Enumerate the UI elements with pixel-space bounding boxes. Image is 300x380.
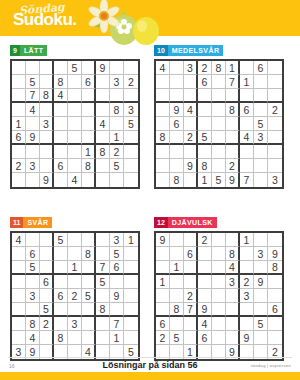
puzzle-10-cell-r1c8: 6 <box>254 61 268 75</box>
puzzle-9-cell-r9c1 <box>12 173 26 187</box>
footer-divider <box>8 357 292 358</box>
puzzle-difficulty: DJÄVULSK <box>168 217 217 228</box>
puzzle-12-cell-r2c3: 6 <box>184 247 198 261</box>
puzzle-12-cell-r6c8 <box>254 303 268 317</box>
puzzle-9-cell-r1c2 <box>26 61 40 75</box>
puzzle-11-cell-r6c4 <box>54 303 68 317</box>
puzzle-12-cell-r6c6 <box>226 303 240 317</box>
puzzle-slot-1: 9 LÄTT 595863278448313456911822368594 <box>10 39 146 189</box>
puzzle-11-cell-r4c6 <box>82 275 96 289</box>
puzzle-11-cell-r7c1 <box>12 317 26 331</box>
puzzle-11-cell-r7c6 <box>82 317 96 331</box>
puzzle-10-cell-r8c1 <box>156 159 170 173</box>
puzzle-9-cell-r2c8: 3 <box>110 75 124 89</box>
puzzle-9-cell-r4c2: 4 <box>26 103 40 117</box>
puzzle-10-cell-r2c4: 6 <box>198 75 212 89</box>
puzzle-12-cell-r7c6 <box>226 317 240 331</box>
puzzle-10-cell-r7c4 <box>198 145 212 159</box>
puzzle-12-cell-r8c5 <box>212 331 226 345</box>
puzzle-12-cell-r3c5 <box>212 261 226 275</box>
puzzle-10-cell-r8c6: 2 <box>226 159 240 173</box>
puzzle-9-cell-r4c4 <box>54 103 68 117</box>
puzzle-9: 9 LÄTT 595863278448313456911822368594 <box>10 39 146 189</box>
puzzle-11-cell-r1c2 <box>26 233 40 247</box>
puzzle-12-cell-r2c5 <box>212 247 226 261</box>
puzzle-10: 10 MEDELSVÅR 432816671948626582543982815… <box>154 39 290 189</box>
puzzle-12-cell-r2c8: 3 <box>254 247 268 261</box>
puzzle-slot-2: 10 MEDELSVÅR 432816671948626582543982815… <box>154 39 290 189</box>
puzzle-9-cell-r1c1 <box>12 61 26 75</box>
puzzle-10-cell-r2c2 <box>170 75 184 89</box>
puzzle-10-cell-r3c5 <box>212 89 226 103</box>
puzzle-9-cell-r3c5 <box>68 89 82 103</box>
puzzle-11-cell-r1c9: 1 <box>124 233 138 247</box>
puzzle-11-cell-r4c9 <box>124 275 138 289</box>
difficulty-label: 9 LÄTT <box>10 45 47 56</box>
puzzle-11-cell-r6c6 <box>82 303 96 317</box>
puzzle-12-cell-r3c1 <box>156 261 170 275</box>
puzzle-9-cell-r6c9 <box>124 131 138 145</box>
puzzle-11-cell-r4c7: 5 <box>96 275 110 289</box>
puzzle-9-cell-r5c2 <box>26 117 40 131</box>
puzzle-11-cell-r4c2 <box>26 275 40 289</box>
puzzle-9-cell-r4c6 <box>82 103 96 117</box>
puzzle-12-cell-r6c1 <box>156 303 170 317</box>
difficulty-label: 12 DJÄVULSK <box>154 217 217 228</box>
puzzle-12-cell-r3c7 <box>240 261 254 275</box>
puzzle-11-cell-r6c3: 5 <box>40 303 54 317</box>
puzzle-12-cell-r7c1: 6 <box>156 317 170 331</box>
puzzle-11-cell-r7c2: 8 <box>26 317 40 331</box>
puzzle-9-cell-r9c9 <box>124 173 138 187</box>
puzzle-9-cell-r6c5 <box>68 131 82 145</box>
puzzle-9-cell-r6c7 <box>96 131 110 145</box>
puzzle-9-cell-r1c5: 5 <box>68 61 82 75</box>
puzzle-12-cell-r3c9: 8 <box>268 261 282 275</box>
puzzle-9-cell-r6c3 <box>40 131 54 145</box>
puzzle-11-cell-r6c5 <box>68 303 82 317</box>
puzzle-9-cell-r2c1 <box>12 75 26 89</box>
puzzle-11-cell-r8c8: 1 <box>110 331 124 345</box>
puzzle-9-cell-r3c1 <box>12 89 26 103</box>
puzzle-10-cell-r6c1: 8 <box>156 131 170 145</box>
puzzle-12-cell-r6c4: 9 <box>198 303 212 317</box>
puzzle-9-cell-r7c8: 2 <box>110 145 124 159</box>
puzzle-10-cell-r5c6 <box>226 117 240 131</box>
puzzle-9-cell-r1c3 <box>40 61 54 75</box>
puzzle-12-cell-r5c2 <box>170 289 184 303</box>
puzzle-9-cell-r6c1: 6 <box>12 131 26 145</box>
bottom-color-bar <box>0 372 300 380</box>
puzzle-10-cell-r1c4: 2 <box>198 61 212 75</box>
puzzle-12-cell-r5c4 <box>198 289 212 303</box>
puzzle-10-cell-r2c3 <box>184 75 198 89</box>
puzzle-10-cell-r1c6: 1 <box>226 61 240 75</box>
puzzle-9-cell-r4c5 <box>68 103 82 117</box>
puzzle-10-cell-r3c2 <box>170 89 184 103</box>
edition-text: söndag | expressen <box>251 363 291 368</box>
puzzle-11-cell-r3c2: 5 <box>26 261 40 275</box>
puzzle-12-cell-r8c7: 9 <box>240 331 254 345</box>
puzzle-11-cell-r5c4: 6 <box>54 289 68 303</box>
puzzle-9-cell-r5c7: 4 <box>96 117 110 131</box>
puzzle-12-cell-r6c9: 6 <box>268 303 282 317</box>
sudoku-board-10: 432816671948626582543982815973 <box>154 59 284 189</box>
puzzle-9-cell-r9c6 <box>82 173 96 187</box>
puzzle-12-cell-r2c1 <box>156 247 170 261</box>
puzzle-9-cell-r3c4: 4 <box>54 89 68 103</box>
puzzle-11-cell-r8c4: 8 <box>54 331 68 345</box>
easter-eggs-svg <box>88 0 166 46</box>
puzzle-12-cell-r7c2 <box>170 317 184 331</box>
puzzle-9-cell-r8c5 <box>68 159 82 173</box>
puzzle-11: 11 SVÅR 4531685517665362595882374813945 <box>10 211 146 361</box>
puzzle-10-cell-r5c7 <box>240 117 254 131</box>
puzzle-10-cell-r4c5 <box>212 103 226 117</box>
puzzle-12-cell-r1c4: 2 <box>198 233 212 247</box>
puzzle-10-cell-r7c3 <box>184 145 198 159</box>
puzzle-9-cell-r5c4 <box>54 117 68 131</box>
page-number: 16 <box>9 363 15 369</box>
puzzle-12-cell-r6c5 <box>212 303 226 317</box>
puzzle-10-cell-r7c5 <box>212 145 226 159</box>
puzzle-10-cell-r6c3: 2 <box>184 131 198 145</box>
puzzle-difficulty: LÄTT <box>20 45 47 56</box>
puzzle-10-cell-r5c9 <box>268 117 282 131</box>
puzzle-10-cell-r1c3: 3 <box>184 61 198 75</box>
puzzle-11-cell-r5c1 <box>12 289 26 303</box>
puzzle-9-cell-r6c6 <box>82 131 96 145</box>
puzzle-11-cell-r1c4: 5 <box>54 233 68 247</box>
puzzle-9-cell-r1c9 <box>124 61 138 75</box>
puzzle-10-cell-r9c1 <box>156 173 170 187</box>
puzzle-10-cell-r2c6: 7 <box>226 75 240 89</box>
sudoku-board-11: 4531685517665362595882374813945 <box>10 231 140 361</box>
puzzle-12-cell-r1c2 <box>170 233 184 247</box>
puzzle-11-cell-r2c8: 5 <box>110 247 124 261</box>
puzzle-11-cell-r2c2: 6 <box>26 247 40 261</box>
puzzle-11-cell-r2c9 <box>124 247 138 261</box>
puzzle-12-cell-r1c8 <box>254 233 268 247</box>
puzzle-11-cell-r5c9 <box>124 289 138 303</box>
puzzle-9-cell-r8c7 <box>96 159 110 173</box>
puzzle-11-cell-r8c7 <box>96 331 110 345</box>
puzzle-12-cell-r4c9 <box>268 275 282 289</box>
puzzle-12-cell-r5c7: 3 <box>240 289 254 303</box>
puzzle-9-cell-r4c9: 3 <box>124 103 138 117</box>
puzzle-10-cell-r3c8 <box>254 89 268 103</box>
puzzle-12-cell-r3c8 <box>254 261 268 275</box>
puzzle-10-cell-r7c6 <box>226 145 240 159</box>
puzzle-10-cell-r2c9 <box>268 75 282 89</box>
puzzle-12-cell-r8c2: 5 <box>170 331 184 345</box>
puzzle-12-cell-r2c7 <box>240 247 254 261</box>
puzzle-9-cell-r9c4 <box>54 173 68 187</box>
puzzle-9-cell-r8c2: 3 <box>26 159 40 173</box>
puzzle-10-cell-r2c1 <box>156 75 170 89</box>
puzzle-9-cell-r4c1 <box>12 103 26 117</box>
puzzle-10-cell-r6c6 <box>226 131 240 145</box>
puzzle-12-cell-r4c6: 3 <box>226 275 240 289</box>
puzzle-9-cell-r9c7 <box>96 173 110 187</box>
puzzle-9-cell-r6c2: 9 <box>26 131 40 145</box>
puzzle-11-cell-r5c6: 5 <box>82 289 96 303</box>
puzzle-10-cell-r3c1 <box>156 89 170 103</box>
puzzle-11-cell-r1c6 <box>82 233 96 247</box>
puzzle-11-cell-r2c1 <box>12 247 26 261</box>
puzzle-11-cell-r5c2: 3 <box>26 289 40 303</box>
puzzle-9-cell-r4c3 <box>40 103 54 117</box>
puzzle-11-cell-r3c3 <box>40 261 54 275</box>
puzzle-9-cell-r9c8 <box>110 173 124 187</box>
puzzle-11-cell-r3c8: 6 <box>110 261 124 275</box>
puzzle-9-cell-r2c9: 2 <box>124 75 138 89</box>
puzzle-10-cell-r1c5: 8 <box>212 61 226 75</box>
sudoku-page: Söndag Sudoku. <box>0 0 300 380</box>
puzzle-9-cell-r3c3: 8 <box>40 89 54 103</box>
puzzle-12-cell-r2c4 <box>198 247 212 261</box>
puzzle-10-cell-r9c3 <box>184 173 198 187</box>
puzzle-11-cell-r4c4 <box>54 275 68 289</box>
puzzle-10-cell-r8c4: 8 <box>198 159 212 173</box>
puzzle-10-cell-r6c9 <box>268 131 282 145</box>
puzzle-9-cell-r6c8: 1 <box>110 131 124 145</box>
puzzle-11-cell-r4c1 <box>12 275 26 289</box>
puzzle-9-cell-r7c1 <box>12 145 26 159</box>
puzzle-11-cell-r4c3: 6 <box>40 275 54 289</box>
puzzle-10-cell-r5c4 <box>198 117 212 131</box>
puzzle-9-cell-r1c6 <box>82 61 96 75</box>
puzzle-10-cell-r9c5: 5 <box>212 173 226 187</box>
puzzle-12-cell-r3c4 <box>198 261 212 275</box>
puzzle-10-cell-r7c8 <box>254 145 268 159</box>
puzzle-11-cell-r3c9 <box>124 261 138 275</box>
puzzle-10-cell-r5c3 <box>184 117 198 131</box>
puzzle-11-cell-r3c6 <box>82 261 96 275</box>
puzzle-10-cell-r5c2: 6 <box>170 117 184 131</box>
puzzle-9-cell-r9c5: 4 <box>68 173 82 187</box>
puzzle-10-cell-r4c1 <box>156 103 170 117</box>
puzzle-9-cell-r8c3 <box>40 159 54 173</box>
difficulty-label: 11 SVÅR <box>10 217 52 228</box>
puzzle-12-cell-r1c9 <box>268 233 282 247</box>
puzzle-9-cell-r7c9 <box>124 145 138 159</box>
puzzle-12-cell-r8c3 <box>184 331 198 345</box>
puzzle-10-cell-r3c9 <box>268 89 282 103</box>
puzzle-12-cell-r4c4 <box>198 275 212 289</box>
puzzle-11-cell-r4c8 <box>110 275 124 289</box>
puzzle-10-cell-r7c2 <box>170 145 184 159</box>
puzzle-number: 10 <box>154 45 168 56</box>
puzzle-12-cell-r3c2: 1 <box>170 261 184 275</box>
puzzle-11-cell-r1c1: 4 <box>12 233 26 247</box>
puzzle-11-cell-r5c8: 9 <box>110 289 124 303</box>
puzzle-10-cell-r2c7: 1 <box>240 75 254 89</box>
puzzle-12-cell-r4c8: 9 <box>254 275 268 289</box>
puzzle-10-cell-r4c9: 2 <box>268 103 282 117</box>
puzzle-12-cell-r1c6 <box>226 233 240 247</box>
puzzle-11-cell-r4c5 <box>68 275 82 289</box>
puzzle-11-cell-r8c9 <box>124 331 138 345</box>
puzzle-12-cell-r7c4: 4 <box>198 317 212 331</box>
puzzle-9-cell-r5c9: 5 <box>124 117 138 131</box>
puzzle-12-cell-r1c3 <box>184 233 198 247</box>
puzzle-10-cell-r3c4 <box>198 89 212 103</box>
puzzle-10-cell-r4c3: 4 <box>184 103 198 117</box>
puzzle-9-cell-r8c8: 5 <box>110 159 124 173</box>
puzzle-12-cell-r1c7: 1 <box>240 233 254 247</box>
puzzle-11-cell-r7c7 <box>96 317 110 331</box>
puzzle-number: 12 <box>154 217 168 228</box>
puzzle-11-cell-r8c6 <box>82 331 96 345</box>
puzzle-12-cell-r5c5 <box>212 289 226 303</box>
puzzle-10-cell-r7c7 <box>240 145 254 159</box>
puzzle-11-cell-r2c7 <box>96 247 110 261</box>
puzzle-11-cell-r6c1 <box>12 303 26 317</box>
puzzle-9-cell-r2c5 <box>68 75 82 89</box>
puzzle-10-cell-r4c2: 9 <box>170 103 184 117</box>
puzzle-10-cell-r1c1: 4 <box>156 61 170 75</box>
puzzle-10-cell-r3c7 <box>240 89 254 103</box>
puzzle-12-cell-r5c6 <box>226 289 240 303</box>
puzzle-9-cell-r5c5 <box>68 117 82 131</box>
puzzle-10-cell-r8c3: 9 <box>184 159 198 173</box>
puzzle-12-cell-r4c2 <box>170 275 184 289</box>
puzzle-9-cell-r5c1: 1 <box>12 117 26 131</box>
puzzle-9-cell-r3c8 <box>110 89 124 103</box>
puzzle-10-cell-r9c7: 7 <box>240 173 254 187</box>
puzzle-11-cell-r1c3 <box>40 233 54 247</box>
puzzle-9-cell-r7c3 <box>40 145 54 159</box>
puzzle-10-cell-r8c8 <box>254 159 268 173</box>
puzzle-12-cell-r7c9 <box>268 317 282 331</box>
puzzle-11-cell-r1c8: 3 <box>110 233 124 247</box>
puzzle-10-cell-r4c6: 8 <box>226 103 240 117</box>
puzzle-10-cell-r3c6 <box>226 89 240 103</box>
puzzle-11-cell-r6c2 <box>26 303 40 317</box>
puzzle-11-cell-r6c8 <box>110 303 124 317</box>
puzzle-12-cell-r6c3: 7 <box>184 303 198 317</box>
sudoku-board-9: 595863278448313456911822368594 <box>10 59 140 189</box>
puzzle-11-cell-r7c5: 3 <box>68 317 82 331</box>
puzzle-9-cell-r1c4 <box>54 61 68 75</box>
puzzle-10-cell-r6c5 <box>212 131 226 145</box>
puzzle-9-cell-r9c2 <box>26 173 40 187</box>
puzzle-10-cell-r4c8 <box>254 103 268 117</box>
puzzle-10-cell-r9c9: 3 <box>268 173 282 187</box>
puzzle-number: 9 <box>10 45 20 56</box>
puzzle-11-cell-r7c9 <box>124 317 138 331</box>
puzzle-number: 11 <box>10 217 23 228</box>
puzzle-11-cell-r3c4 <box>54 261 68 275</box>
puzzle-12-cell-r7c3 <box>184 317 198 331</box>
header: Söndag Sudoku. <box>0 0 300 36</box>
puzzle-9-cell-r2c7 <box>96 75 110 89</box>
puzzle-12-cell-r8c6 <box>226 331 240 345</box>
puzzle-10-cell-r4c7: 6 <box>240 103 254 117</box>
puzzle-10-cell-r2c8 <box>254 75 268 89</box>
puzzle-row-top: 9 LÄTT 595863278448313456911822368594 10… <box>0 39 300 189</box>
puzzle-12-cell-r6c2: 8 <box>170 303 184 317</box>
puzzle-9-cell-r7c7: 8 <box>96 145 110 159</box>
puzzle-slot-4: 12 DJÄVULSK 9216839148132923879664525691… <box>154 211 290 361</box>
puzzle-10-cell-r8c7 <box>240 159 254 173</box>
puzzle-9-cell-r7c2 <box>26 145 40 159</box>
puzzle-11-cell-r8c1 <box>12 331 26 345</box>
difficulty-label: 10 MEDELSVÅR <box>154 45 223 56</box>
puzzle-10-cell-r5c8: 5 <box>254 117 268 131</box>
puzzle-12-cell-r7c8: 5 <box>254 317 268 331</box>
puzzle-9-cell-r7c5 <box>68 145 82 159</box>
puzzle-9-cell-r3c9 <box>124 89 138 103</box>
puzzle-11-cell-r2c4 <box>54 247 68 261</box>
puzzle-9-cell-r8c1: 2 <box>12 159 26 173</box>
puzzle-9-cell-r8c9 <box>124 159 138 173</box>
puzzle-10-cell-r5c5 <box>212 117 226 131</box>
puzzle-11-cell-r5c7 <box>96 289 110 303</box>
puzzle-10-cell-r9c4: 1 <box>198 173 212 187</box>
puzzle-11-cell-r1c7 <box>96 233 110 247</box>
puzzle-12-cell-r7c5 <box>212 317 226 331</box>
puzzle-10-cell-r1c9 <box>268 61 282 75</box>
puzzle-12-cell-r8c4: 6 <box>198 331 212 345</box>
puzzle-9-cell-r1c7: 9 <box>96 61 110 75</box>
puzzle-9-cell-r9c3: 9 <box>40 173 54 187</box>
puzzle-9-cell-r6c4 <box>54 131 68 145</box>
puzzle-9-cell-r3c2: 7 <box>26 89 40 103</box>
puzzle-difficulty: MEDELSVÅR <box>168 45 224 56</box>
puzzle-9-cell-r4c8: 8 <box>110 103 124 117</box>
puzzle-9-cell-r2c2: 5 <box>26 75 40 89</box>
puzzle-12-cell-r7c7 <box>240 317 254 331</box>
puzzle-9-cell-r2c3 <box>40 75 54 89</box>
puzzle-10-cell-r9c8 <box>254 173 268 187</box>
puzzle-12-cell-r5c3: 2 <box>184 289 198 303</box>
puzzle-11-cell-r3c5: 1 <box>68 261 82 275</box>
puzzle-10-cell-r1c2 <box>170 61 184 75</box>
puzzle-10-cell-r6c8: 3 <box>254 131 268 145</box>
logo: Söndag Sudoku. <box>13 3 77 28</box>
puzzle-11-cell-r2c3 <box>40 247 54 261</box>
puzzle-12-cell-r5c1 <box>156 289 170 303</box>
puzzle-10-cell-r2c5 <box>212 75 226 89</box>
puzzle-10-cell-r9c2: 8 <box>170 173 184 187</box>
puzzle-10-cell-r6c4: 5 <box>198 131 212 145</box>
puzzle-9-cell-r7c6: 1 <box>82 145 96 159</box>
puzzle-9-cell-r2c6: 6 <box>82 75 96 89</box>
puzzle-11-cell-r6c9 <box>124 303 138 317</box>
puzzle-11-cell-r8c3 <box>40 331 54 345</box>
puzzle-10-cell-r8c9 <box>268 159 282 173</box>
puzzle-9-cell-r2c4: 8 <box>54 75 68 89</box>
puzzle-11-cell-r8c5 <box>68 331 82 345</box>
puzzle-9-cell-r3c6 <box>82 89 96 103</box>
puzzle-12-cell-r3c6: 4 <box>226 261 240 275</box>
puzzle-11-cell-r5c3 <box>40 289 54 303</box>
puzzle-10-cell-r7c1 <box>156 145 170 159</box>
puzzle-12-cell-r1c5 <box>212 233 226 247</box>
puzzle-11-cell-r1c5 <box>68 233 82 247</box>
puzzle-10-cell-r8c5 <box>212 159 226 173</box>
sudoku-board-12: 921683914813292387966452569192 <box>154 231 284 361</box>
puzzle-12-cell-r8c8 <box>254 331 268 345</box>
puzzle-11-cell-r8c2: 4 <box>26 331 40 345</box>
puzzle-10-cell-r8c2 <box>170 159 184 173</box>
puzzle-12-cell-r1c1: 9 <box>156 233 170 247</box>
puzzle-12-cell-r3c3 <box>184 261 198 275</box>
puzzle-9-cell-r5c3: 3 <box>40 117 54 131</box>
puzzle-11-cell-r3c7: 7 <box>96 261 110 275</box>
